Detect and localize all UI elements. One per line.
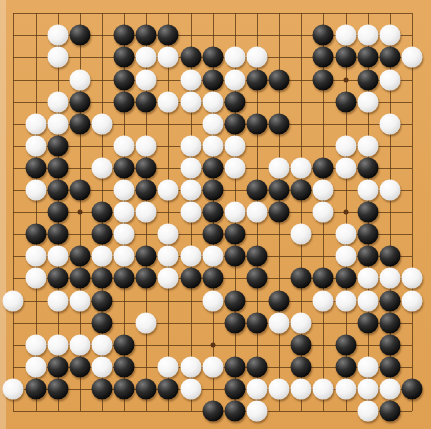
white-stone xyxy=(335,290,356,311)
white-stone xyxy=(114,202,135,223)
black-stone xyxy=(269,202,290,223)
black-stone xyxy=(69,268,90,289)
black-stone xyxy=(202,157,223,178)
black-stone xyxy=(313,268,334,289)
white-stone xyxy=(202,290,223,311)
black-stone xyxy=(357,224,378,245)
black-stone xyxy=(180,268,201,289)
black-stone xyxy=(47,268,68,289)
white-stone xyxy=(158,91,179,112)
white-stone xyxy=(224,202,245,223)
black-stone xyxy=(47,157,68,178)
white-stone xyxy=(114,180,135,201)
white-stone xyxy=(357,268,378,289)
black-stone xyxy=(357,157,378,178)
white-stone xyxy=(47,246,68,267)
black-stone xyxy=(224,113,245,134)
black-stone xyxy=(246,312,267,333)
white-stone xyxy=(91,334,112,355)
white-stone xyxy=(91,356,112,377)
black-stone xyxy=(47,356,68,377)
black-stone xyxy=(291,334,312,355)
white-stone xyxy=(180,246,201,267)
white-stone xyxy=(47,91,68,112)
white-stone xyxy=(269,157,290,178)
white-stone xyxy=(202,246,223,267)
white-stone xyxy=(25,334,46,355)
black-stone xyxy=(269,69,290,90)
black-stone xyxy=(224,356,245,377)
white-stone xyxy=(269,312,290,333)
white-stone xyxy=(202,91,223,112)
white-stone xyxy=(180,180,201,201)
black-stone xyxy=(47,224,68,245)
black-stone xyxy=(69,246,90,267)
black-stone xyxy=(136,246,157,267)
white-stone xyxy=(379,113,400,134)
black-stone xyxy=(25,378,46,399)
black-stone xyxy=(269,113,290,134)
black-stone xyxy=(357,312,378,333)
star-point xyxy=(77,210,82,215)
black-stone xyxy=(335,268,356,289)
white-stone xyxy=(25,113,46,134)
black-stone xyxy=(357,47,378,68)
white-stone xyxy=(69,69,90,90)
white-stone xyxy=(158,180,179,201)
black-stone xyxy=(291,268,312,289)
white-stone xyxy=(136,135,157,156)
star-point xyxy=(210,342,215,347)
black-stone xyxy=(291,356,312,377)
black-stone xyxy=(224,224,245,245)
white-stone xyxy=(246,202,267,223)
black-stone xyxy=(269,290,290,311)
black-stone xyxy=(69,91,90,112)
star-point xyxy=(343,77,348,82)
white-stone xyxy=(3,290,24,311)
white-stone xyxy=(69,334,90,355)
white-stone xyxy=(25,246,46,267)
black-stone xyxy=(136,91,157,112)
black-stone xyxy=(47,378,68,399)
black-stone xyxy=(114,268,135,289)
white-stone xyxy=(291,312,312,333)
white-stone xyxy=(91,246,112,267)
black-stone xyxy=(246,356,267,377)
black-stone xyxy=(224,91,245,112)
black-stone xyxy=(401,378,422,399)
black-stone xyxy=(47,202,68,223)
black-stone xyxy=(114,91,135,112)
black-stone xyxy=(25,224,46,245)
black-stone xyxy=(313,69,334,90)
black-stone xyxy=(91,290,112,311)
white-stone xyxy=(269,378,290,399)
white-stone xyxy=(224,135,245,156)
black-stone xyxy=(69,356,90,377)
white-stone xyxy=(202,113,223,134)
white-stone xyxy=(25,268,46,289)
black-stone xyxy=(91,378,112,399)
white-stone xyxy=(224,157,245,178)
white-stone xyxy=(357,356,378,377)
white-stone xyxy=(335,378,356,399)
white-stone xyxy=(335,224,356,245)
black-stone xyxy=(246,113,267,134)
white-stone xyxy=(114,224,135,245)
white-stone xyxy=(313,378,334,399)
white-stone xyxy=(180,135,201,156)
white-stone xyxy=(357,290,378,311)
white-stone xyxy=(47,113,68,134)
white-stone xyxy=(180,69,201,90)
black-stone xyxy=(47,135,68,156)
black-stone xyxy=(114,47,135,68)
black-stone xyxy=(224,312,245,333)
white-stone xyxy=(158,224,179,245)
black-stone xyxy=(224,246,245,267)
white-stone xyxy=(158,47,179,68)
white-stone xyxy=(357,25,378,46)
black-stone xyxy=(91,224,112,245)
white-stone xyxy=(91,113,112,134)
white-stone xyxy=(335,246,356,267)
black-stone xyxy=(114,25,135,46)
white-stone xyxy=(379,25,400,46)
black-stone xyxy=(357,202,378,223)
white-stone xyxy=(202,356,223,377)
black-stone xyxy=(202,69,223,90)
black-stone xyxy=(357,69,378,90)
grid-line-horizontal xyxy=(13,323,412,324)
black-stone xyxy=(335,356,356,377)
white-stone xyxy=(379,69,400,90)
black-stone xyxy=(202,268,223,289)
white-stone xyxy=(357,401,378,422)
black-stone xyxy=(69,25,90,46)
white-stone xyxy=(246,378,267,399)
black-stone xyxy=(335,334,356,355)
black-stone xyxy=(136,25,157,46)
white-stone xyxy=(69,290,90,311)
black-stone xyxy=(379,246,400,267)
white-stone xyxy=(224,47,245,68)
white-stone xyxy=(335,135,356,156)
black-stone xyxy=(47,180,68,201)
white-stone xyxy=(180,202,201,223)
white-stone xyxy=(47,334,68,355)
black-stone xyxy=(136,268,157,289)
black-stone xyxy=(202,224,223,245)
white-stone xyxy=(136,69,157,90)
white-stone xyxy=(335,157,356,178)
black-stone xyxy=(69,113,90,134)
white-stone xyxy=(114,135,135,156)
black-stone xyxy=(136,180,157,201)
black-stone xyxy=(114,157,135,178)
black-stone xyxy=(202,180,223,201)
black-stone xyxy=(224,401,245,422)
white-stone xyxy=(25,356,46,377)
black-stone xyxy=(379,47,400,68)
black-stone xyxy=(158,378,179,399)
white-stone xyxy=(136,312,157,333)
white-stone xyxy=(91,157,112,178)
white-stone xyxy=(357,91,378,112)
white-stone xyxy=(379,180,400,201)
black-stone xyxy=(379,312,400,333)
white-stone xyxy=(202,135,223,156)
black-stone xyxy=(114,334,135,355)
black-stone xyxy=(114,69,135,90)
black-stone xyxy=(246,268,267,289)
black-stone xyxy=(91,312,112,333)
black-stone xyxy=(313,157,334,178)
white-stone xyxy=(180,91,201,112)
black-stone xyxy=(246,180,267,201)
black-stone xyxy=(69,180,90,201)
go-board[interactable] xyxy=(0,0,431,429)
white-stone xyxy=(291,157,312,178)
black-stone xyxy=(335,91,356,112)
white-stone xyxy=(401,268,422,289)
black-stone xyxy=(246,69,267,90)
black-stone xyxy=(25,157,46,178)
black-stone xyxy=(202,401,223,422)
white-stone xyxy=(335,25,356,46)
white-stone xyxy=(180,356,201,377)
white-stone xyxy=(246,401,267,422)
white-stone xyxy=(47,47,68,68)
white-stone xyxy=(313,290,334,311)
white-stone xyxy=(291,224,312,245)
black-stone xyxy=(291,180,312,201)
white-stone xyxy=(180,378,201,399)
black-stone xyxy=(136,378,157,399)
black-stone xyxy=(379,334,400,355)
screenshot xyxy=(0,0,431,429)
black-stone xyxy=(114,356,135,377)
black-stone xyxy=(379,290,400,311)
white-stone xyxy=(246,47,267,68)
white-stone xyxy=(136,202,157,223)
white-stone xyxy=(158,246,179,267)
black-stone xyxy=(224,378,245,399)
black-stone xyxy=(379,401,400,422)
star-point xyxy=(343,210,348,215)
black-stone xyxy=(246,246,267,267)
black-stone xyxy=(136,157,157,178)
black-stone xyxy=(313,47,334,68)
black-stone xyxy=(224,290,245,311)
white-stone xyxy=(25,135,46,156)
grid-line-vertical xyxy=(412,13,413,411)
white-stone xyxy=(158,268,179,289)
black-stone xyxy=(269,180,290,201)
white-stone xyxy=(313,180,334,201)
white-stone xyxy=(3,378,24,399)
black-stone xyxy=(202,47,223,68)
black-stone xyxy=(180,47,201,68)
white-stone xyxy=(25,180,46,201)
white-stone xyxy=(313,202,334,223)
black-stone xyxy=(202,202,223,223)
white-stone xyxy=(114,246,135,267)
black-stone xyxy=(357,246,378,267)
black-stone xyxy=(91,202,112,223)
white-stone xyxy=(180,157,201,178)
white-stone xyxy=(224,69,245,90)
white-stone xyxy=(47,25,68,46)
white-stone xyxy=(47,290,68,311)
black-stone xyxy=(114,378,135,399)
white-stone xyxy=(401,290,422,311)
white-stone xyxy=(357,135,378,156)
black-stone xyxy=(158,25,179,46)
black-stone xyxy=(91,268,112,289)
white-stone xyxy=(357,378,378,399)
black-stone xyxy=(379,356,400,377)
white-stone xyxy=(291,378,312,399)
white-stone xyxy=(136,47,157,68)
white-stone xyxy=(158,356,179,377)
white-stone xyxy=(379,268,400,289)
black-stone xyxy=(335,47,356,68)
white-stone xyxy=(379,378,400,399)
black-stone xyxy=(313,25,334,46)
white-stone xyxy=(357,180,378,201)
white-stone xyxy=(401,47,422,68)
